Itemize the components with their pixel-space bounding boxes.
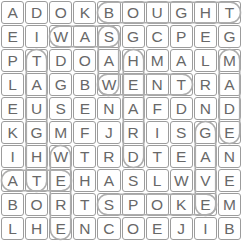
grid-cell-r7c2[interactable]: H <box>25 145 48 168</box>
grid-cell-r6c7[interactable]: I <box>146 121 169 144</box>
grid-cell-r10c3[interactable]: E <box>49 217 72 240</box>
grid-cell-r8c8[interactable]: W <box>170 169 193 192</box>
grid-cell-r1c1[interactable]: A <box>1 1 24 24</box>
grid-cell-r1c3[interactable]: O <box>49 1 72 24</box>
grid-cell-r1c5[interactable]: B <box>97 1 120 24</box>
grid-cell-r10c5[interactable]: C <box>97 217 120 240</box>
grid-cell-r2c1[interactable]: E <box>1 25 24 48</box>
grid-cell-r4c8[interactable]: T <box>170 73 193 96</box>
grid-cell-r6c4[interactable]: F <box>73 121 96 144</box>
grid-cell-r3c2[interactable]: T <box>25 49 48 72</box>
grid-cell-r5c10[interactable]: D <box>218 97 241 120</box>
grid-cell-r7c5[interactable]: R <box>97 145 120 168</box>
grid-cell-r2c2[interactable]: I <box>25 25 48 48</box>
grid-cell-r7c7[interactable]: T <box>146 145 169 168</box>
grid-cell-r8c7[interactable]: L <box>146 169 169 192</box>
grid-cell-r9c4[interactable]: T <box>73 193 96 216</box>
grid-cell-r6c6[interactable]: R <box>122 121 145 144</box>
grid-cell-r1c7[interactable]: U <box>146 1 169 24</box>
grid-cell-r9c8[interactable]: K <box>170 193 193 216</box>
grid-cell-r3c8[interactable]: A <box>170 49 193 72</box>
grid-cell-r6c9[interactable]: G <box>194 121 217 144</box>
grid-cell-r2c6[interactable]: G <box>122 25 145 48</box>
grid-cell-r1c2[interactable]: D <box>25 1 48 24</box>
grid-cell-r10c6[interactable]: O <box>122 217 145 240</box>
grid-cell-r3c3[interactable]: D <box>49 49 72 72</box>
grid-cell-r6c10[interactable]: E <box>218 121 241 144</box>
grid-cell-r4c2[interactable]: A <box>25 73 48 96</box>
grid-cell-r10c7[interactable]: E <box>146 217 169 240</box>
grid-cell-r4c10[interactable]: A <box>218 73 241 96</box>
grid-cell-r9c2[interactable]: O <box>25 193 48 216</box>
grid-cell-r1c6[interactable]: O <box>122 1 145 24</box>
grid-cell-r6c3[interactable]: M <box>49 121 72 144</box>
grid-cell-r3c5[interactable]: A <box>97 49 120 72</box>
grid-cell-r3c7[interactable]: M <box>146 49 169 72</box>
grid-cell-r5c2[interactable]: U <box>25 97 48 120</box>
grid-cell-r8c5[interactable]: A <box>97 169 120 192</box>
grid-cell-r7c10[interactable]: N <box>218 145 241 168</box>
grid-cell-r5c5[interactable]: N <box>97 97 120 120</box>
grid-cell-r9c9[interactable]: E <box>194 193 217 216</box>
grid-cell-r3c10[interactable]: M <box>218 49 241 72</box>
grid-cell-r7c6[interactable]: D <box>122 145 145 168</box>
grid-cell-r5c8[interactable]: D <box>170 97 193 120</box>
grid-cell-r8c9[interactable]: V <box>194 169 217 192</box>
grid-cell-r6c8[interactable]: S <box>170 121 193 144</box>
grid-cell-r10c10[interactable]: B <box>218 217 241 240</box>
grid-cell-r3c9[interactable]: L <box>194 49 217 72</box>
grid-cell-r7c9[interactable]: A <box>194 145 217 168</box>
grid-cell-r7c8[interactable]: E <box>170 145 193 168</box>
grid-cell-r2c7[interactable]: C <box>146 25 169 48</box>
grid-cell-r10c4[interactable]: N <box>73 217 96 240</box>
grid-cell-r2c10[interactable]: G <box>218 25 241 48</box>
grid-cell-r2c9[interactable]: E <box>194 25 217 48</box>
grid-cell-r9c6[interactable]: P <box>122 193 145 216</box>
grid-cell-r5c4[interactable]: E <box>73 97 96 120</box>
grid-cell-r3c1[interactable]: P <box>1 49 24 72</box>
grid-cell-r1c10[interactable]: T <box>218 1 241 24</box>
grid-cell-r8c1[interactable]: A <box>1 169 24 192</box>
grid-cell-r4c4[interactable]: B <box>73 73 96 96</box>
grid-cell-r4c1[interactable]: L <box>1 73 24 96</box>
grid-cell-r2c4[interactable]: A <box>73 25 96 48</box>
grid-cell-r9c5[interactable]: S <box>97 193 120 216</box>
grid-cell-r10c9[interactable]: I <box>194 217 217 240</box>
grid-cell-r9c10[interactable]: M <box>218 193 241 216</box>
grid-cell-r5c3[interactable]: S <box>49 97 72 120</box>
grid-cell-r8c10[interactable]: E <box>218 169 241 192</box>
grid-cell-r3c6[interactable]: H <box>122 49 145 72</box>
grid-cell-r4c7[interactable]: N <box>146 73 169 96</box>
grid-cell-r10c2[interactable]: H <box>25 217 48 240</box>
grid-cell-r7c4[interactable]: T <box>73 145 96 168</box>
grid-cell-r2c8[interactable]: P <box>170 25 193 48</box>
grid-cell-r8c3[interactable]: E <box>49 169 72 192</box>
grid-cell-r10c8[interactable]: J <box>170 217 193 240</box>
grid-cell-r6c2[interactable]: G <box>25 121 48 144</box>
grid-cell-r8c6[interactable]: S <box>122 169 145 192</box>
grid-cell-r4c3[interactable]: G <box>49 73 72 96</box>
grid-cell-r4c9[interactable]: R <box>194 73 217 96</box>
grid-cell-r1c9[interactable]: H <box>194 1 217 24</box>
grid-cell-r5c1[interactable]: E <box>1 97 24 120</box>
grid-cell-r1c8[interactable]: G <box>170 1 193 24</box>
grid-cell-r1c4[interactable]: K <box>73 1 96 24</box>
grid-cell-r9c3[interactable]: R <box>49 193 72 216</box>
grid-cell-r2c3[interactable]: W <box>49 25 72 48</box>
grid-cell-r10c1[interactable]: L <box>1 217 24 240</box>
grid-cell-r9c1[interactable]: B <box>1 193 24 216</box>
word-search-board: ADOKBOUGHTEIWASGCPEGPTDOAHMALMLAGBWENTRA… <box>0 0 242 241</box>
grid-cell-r4c5[interactable]: W <box>97 73 120 96</box>
grid-cell-r6c1[interactable]: K <box>1 121 24 144</box>
grid-cell-r3c4[interactable]: O <box>73 49 96 72</box>
grid-cell-r7c1[interactable]: I <box>1 145 24 168</box>
grid-cell-r5c9[interactable]: N <box>194 97 217 120</box>
grid-cell-r5c6[interactable]: A <box>122 97 145 120</box>
grid-cell-r4c6[interactable]: E <box>122 73 145 96</box>
grid-cell-r9c7[interactable]: O <box>146 193 169 216</box>
grid-cell-r6c5[interactable]: J <box>97 121 120 144</box>
grid-cell-r7c3[interactable]: W <box>49 145 72 168</box>
grid-cell-r5c7[interactable]: F <box>146 97 169 120</box>
grid-cell-r8c2[interactable]: T <box>25 169 48 192</box>
grid-cell-r8c4[interactable]: H <box>73 169 96 192</box>
grid-cell-r2c5[interactable]: S <box>97 25 120 48</box>
